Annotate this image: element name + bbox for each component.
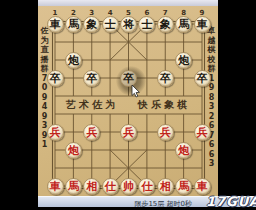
black-piece-卒-f5r4[interactable]: 卒 bbox=[120, 70, 137, 87]
xiangqi-app-window: 艺术佐为 快乐象棋 佐为直播群70949391 卓越棋校群1983267663 … bbox=[0, 0, 256, 210]
black-piece-卒-f1r4[interactable]: 卒 bbox=[47, 70, 64, 87]
right-ad-column: 卓越棋校群1983267663 bbox=[206, 26, 217, 169]
ad-character: 9 bbox=[39, 93, 50, 103]
black-piece-士-f6r1[interactable]: 士 bbox=[138, 16, 155, 33]
red-piece-馬-f8r10[interactable]: 馬 bbox=[175, 178, 192, 195]
ad-character: 2 bbox=[206, 112, 217, 122]
black-piece-車-f1r1[interactable]: 車 bbox=[47, 16, 64, 33]
ad-character: 0 bbox=[39, 83, 50, 93]
black-piece-卒-f3r4[interactable]: 卒 bbox=[83, 70, 100, 87]
black-piece-士-f4r1[interactable]: 士 bbox=[102, 16, 119, 33]
ad-character: 4 bbox=[39, 102, 50, 112]
ad-character: 6 bbox=[206, 140, 217, 150]
ad-character: 棋 bbox=[206, 45, 217, 55]
river-label-right: 快乐象棋 bbox=[138, 98, 190, 112]
red-piece-炮-f2r8[interactable]: 炮 bbox=[65, 142, 82, 159]
black-piece-卒-f7r4[interactable]: 卒 bbox=[157, 70, 174, 87]
black-piece-将-f5r1[interactable]: 将 bbox=[120, 16, 137, 33]
red-piece-兵-f1r7[interactable]: 兵 bbox=[47, 124, 64, 141]
board-grid bbox=[38, 6, 218, 196]
black-piece-馬-f8r1[interactable]: 馬 bbox=[175, 16, 192, 33]
ad-character: 播 bbox=[39, 55, 50, 65]
mouse-cursor-icon bbox=[131, 85, 141, 98]
status-text: 限步15层 超时0秒 bbox=[134, 199, 192, 209]
black-piece-象-f7r1[interactable]: 象 bbox=[157, 16, 174, 33]
red-piece-車-f9r10[interactable]: 車 bbox=[194, 178, 211, 195]
red-piece-相-f7r10[interactable]: 相 bbox=[157, 178, 174, 195]
red-piece-兵-f7r7[interactable]: 兵 bbox=[157, 124, 174, 141]
ad-character: 为 bbox=[39, 36, 50, 46]
black-piece-馬-f2r1[interactable]: 馬 bbox=[65, 16, 82, 33]
ad-character: 直 bbox=[39, 45, 50, 55]
ad-character: 3 bbox=[206, 102, 217, 112]
black-piece-卒-f9r4[interactable]: 卒 bbox=[194, 70, 211, 87]
river-label-left: 艺术佐为 bbox=[66, 98, 118, 112]
red-piece-仕-f6r10[interactable]: 仕 bbox=[138, 178, 155, 195]
ad-character: 越 bbox=[206, 36, 217, 46]
red-piece-兵-f5r7[interactable]: 兵 bbox=[120, 124, 137, 141]
status-bar: 限步15层 超时0秒 17GUA bbox=[38, 196, 256, 207]
ad-character: 6 bbox=[206, 150, 217, 160]
black-piece-車-f9r1[interactable]: 車 bbox=[194, 16, 211, 33]
watermark: 17GUA bbox=[206, 194, 256, 209]
ad-character: 8 bbox=[206, 93, 217, 103]
xiangqi-board[interactable]: 艺术佐为 快乐象棋 佐为直播群70949391 卓越棋校群1983267663 … bbox=[38, 6, 218, 196]
red-piece-仕-f4r10[interactable]: 仕 bbox=[102, 178, 119, 195]
black-piece-炮-f2r3[interactable]: 炮 bbox=[65, 52, 82, 69]
black-piece-炮-f8r3[interactable]: 炮 bbox=[175, 52, 192, 69]
ad-character: 9 bbox=[39, 112, 50, 122]
red-piece-車-f1r10[interactable]: 車 bbox=[47, 178, 64, 195]
red-piece-炮-f8r8[interactable]: 炮 bbox=[175, 142, 192, 159]
red-piece-兵-f3r7[interactable]: 兵 bbox=[83, 124, 100, 141]
red-piece-兵-f9r7[interactable]: 兵 bbox=[194, 124, 211, 141]
red-piece-馬-f2r10[interactable]: 馬 bbox=[65, 178, 82, 195]
red-piece-相-f3r10[interactable]: 相 bbox=[83, 178, 100, 195]
ad-character: 校 bbox=[206, 55, 217, 65]
black-piece-象-f3r1[interactable]: 象 bbox=[83, 16, 100, 33]
ad-character: 3 bbox=[206, 159, 217, 169]
ad-character: 1 bbox=[39, 140, 50, 150]
red-piece-帅-f5r10[interactable]: 帅 bbox=[120, 178, 137, 195]
